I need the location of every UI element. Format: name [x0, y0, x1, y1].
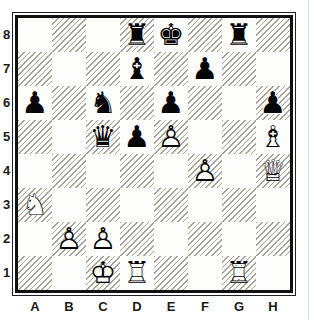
- square-f4[interactable]: ♟♙: [188, 154, 222, 188]
- board-inner-border: ♜♚♜♝♟♟♞♟♟♛♟♟♙♝♗♟♙♛♕♞♘♟♙♟♙♚♔♜♖♜♖: [15, 15, 293, 293]
- file-labels: ABCDEFGH: [18, 296, 290, 318]
- square-d5[interactable]: ♟: [120, 120, 154, 154]
- square-d4[interactable]: [120, 154, 154, 188]
- white-rook-g1: ♜♖: [222, 256, 256, 290]
- white-bishop-fill: ♝: [256, 120, 290, 154]
- square-e7[interactable]: [154, 52, 188, 86]
- board-frame: ♜♚♜♝♟♟♞♟♟♛♟♟♙♝♗♟♙♛♕♞♘♟♙♟♙♚♔♜♖♜♖: [12, 12, 296, 296]
- square-f8[interactable]: [188, 18, 222, 52]
- chess-board: ♜♚♜♝♟♟♞♟♟♛♟♟♙♝♗♟♙♛♕♞♘♟♙♟♙♚♔♜♖♜♖: [18, 18, 290, 290]
- white-rook-icon: ♖: [120, 256, 154, 290]
- square-d2[interactable]: [120, 222, 154, 256]
- white-rook-fill: ♜: [120, 256, 154, 290]
- square-b7[interactable]: [52, 52, 86, 86]
- square-e5[interactable]: ♟♙: [154, 120, 188, 154]
- white-queen-icon: ♕: [256, 154, 290, 188]
- square-b5[interactable]: [52, 120, 86, 154]
- square-d7[interactable]: ♝: [120, 52, 154, 86]
- file-label-c: C: [86, 296, 120, 318]
- square-c6[interactable]: ♞: [86, 86, 120, 120]
- white-pawn-e5: ♟♙: [154, 120, 188, 154]
- square-g8[interactable]: ♜: [222, 18, 256, 52]
- white-pawn-icon: ♙: [52, 222, 86, 256]
- white-pawn-fill: ♟: [86, 222, 120, 256]
- black-pawn-h6: ♟: [256, 86, 290, 120]
- square-a6[interactable]: ♟: [18, 86, 52, 120]
- black-pawn-d5: ♟: [120, 120, 154, 154]
- square-e8[interactable]: ♚: [154, 18, 188, 52]
- square-e2[interactable]: [154, 222, 188, 256]
- white-queen-fill: ♛: [256, 154, 290, 188]
- square-g2[interactable]: [222, 222, 256, 256]
- white-bishop-icon: ♗: [256, 120, 290, 154]
- square-f2[interactable]: [188, 222, 222, 256]
- square-b3[interactable]: [52, 188, 86, 222]
- square-b2[interactable]: ♟♙: [52, 222, 86, 256]
- square-g5[interactable]: [222, 120, 256, 154]
- white-pawn-icon: ♙: [188, 154, 222, 188]
- white-king-icon: ♔: [86, 256, 120, 290]
- black-pawn-a6: ♟: [18, 86, 52, 120]
- black-knight-c6: ♞: [86, 86, 120, 120]
- white-rook-icon: ♖: [222, 256, 256, 290]
- square-h2[interactable]: [256, 222, 290, 256]
- white-pawn-f4: ♟♙: [188, 154, 222, 188]
- square-c7[interactable]: [86, 52, 120, 86]
- square-c3[interactable]: [86, 188, 120, 222]
- square-g3[interactable]: [222, 188, 256, 222]
- square-h6[interactable]: ♟: [256, 86, 290, 120]
- square-h8[interactable]: [256, 18, 290, 52]
- white-knight-icon: ♘: [18, 188, 52, 222]
- square-g4[interactable]: [222, 154, 256, 188]
- black-bishop-d7: ♝: [120, 52, 154, 86]
- white-queen-h4: ♛♕: [256, 154, 290, 188]
- square-h7[interactable]: [256, 52, 290, 86]
- file-label-a: A: [18, 296, 52, 318]
- white-king-c1: ♚♔: [86, 256, 120, 290]
- square-d1[interactable]: ♜♖: [120, 256, 154, 290]
- square-e1[interactable]: [154, 256, 188, 290]
- square-f7[interactable]: ♟: [188, 52, 222, 86]
- black-rook-d8: ♜: [120, 18, 154, 52]
- square-d6[interactable]: [120, 86, 154, 120]
- square-h4[interactable]: ♛♕: [256, 154, 290, 188]
- square-c4[interactable]: [86, 154, 120, 188]
- square-a1[interactable]: [18, 256, 52, 290]
- white-pawn-b2: ♟♙: [52, 222, 86, 256]
- chess-diagram: 87654321 ♜♚♜♝♟♟♞♟♟♛♟♟♙♝♗♟♙♛♕♞♘♟♙♟♙♚♔♜♖♜♖…: [0, 0, 314, 320]
- square-b1[interactable]: [52, 256, 86, 290]
- file-label-h: H: [256, 296, 290, 318]
- white-pawn-icon: ♙: [154, 120, 188, 154]
- square-h1[interactable]: [256, 256, 290, 290]
- square-f3[interactable]: [188, 188, 222, 222]
- file-label-g: G: [222, 296, 256, 318]
- square-c1[interactable]: ♚♔: [86, 256, 120, 290]
- white-knight-a3: ♞♘: [18, 188, 52, 222]
- square-f1[interactable]: [188, 256, 222, 290]
- file-label-b: B: [52, 296, 86, 318]
- white-pawn-icon: ♙: [86, 222, 120, 256]
- white-pawn-fill: ♟: [154, 120, 188, 154]
- white-pawn-fill: ♟: [52, 222, 86, 256]
- black-pawn-f7: ♟: [188, 52, 222, 86]
- square-e4[interactable]: [154, 154, 188, 188]
- square-d3[interactable]: [120, 188, 154, 222]
- square-a2[interactable]: [18, 222, 52, 256]
- white-bishop-h5: ♝♗: [256, 120, 290, 154]
- square-b8[interactable]: [52, 18, 86, 52]
- square-h3[interactable]: [256, 188, 290, 222]
- square-a5[interactable]: [18, 120, 52, 154]
- square-g1[interactable]: ♜♖: [222, 256, 256, 290]
- file-label-f: F: [188, 296, 222, 318]
- square-f6[interactable]: [188, 86, 222, 120]
- square-h5[interactable]: ♝♗: [256, 120, 290, 154]
- white-knight-fill: ♞: [18, 188, 52, 222]
- square-a4[interactable]: [18, 154, 52, 188]
- black-king-e8: ♚: [154, 18, 188, 52]
- page-edge-line: [308, 0, 309, 320]
- square-a8[interactable]: [18, 18, 52, 52]
- white-rook-d1: ♜♖: [120, 256, 154, 290]
- square-b4[interactable]: [52, 154, 86, 188]
- white-pawn-fill: ♟: [188, 154, 222, 188]
- black-pawn-e6: ♟: [154, 86, 188, 120]
- white-rook-fill: ♜: [222, 256, 256, 290]
- square-f5[interactable]: [188, 120, 222, 154]
- black-queen-c5: ♛: [86, 120, 120, 154]
- square-c8[interactable]: [86, 18, 120, 52]
- square-e3[interactable]: [154, 188, 188, 222]
- square-a3[interactable]: ♞♘: [18, 188, 52, 222]
- square-a7[interactable]: [18, 52, 52, 86]
- file-label-e: E: [154, 296, 188, 318]
- square-b6[interactable]: [52, 86, 86, 120]
- black-rook-g8: ♜: [222, 18, 256, 52]
- square-g6[interactable]: [222, 86, 256, 120]
- square-g7[interactable]: [222, 52, 256, 86]
- file-label-d: D: [120, 296, 154, 318]
- square-e6[interactable]: ♟: [154, 86, 188, 120]
- white-king-fill: ♚: [86, 256, 120, 290]
- square-c5[interactable]: ♛: [86, 120, 120, 154]
- white-pawn-c2: ♟♙: [86, 222, 120, 256]
- square-c2[interactable]: ♟♙: [86, 222, 120, 256]
- square-d8[interactable]: ♜: [120, 18, 154, 52]
